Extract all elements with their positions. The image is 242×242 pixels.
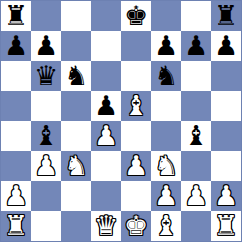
square-b4[interactable]: ♝: [31, 121, 61, 151]
white-rook-piece[interactable]: ♜: [214, 211, 238, 241]
square-e3[interactable]: ♟: [121, 151, 151, 181]
square-a7[interactable]: ♟: [1, 31, 31, 61]
square-h4[interactable]: [211, 121, 241, 151]
square-c6[interactable]: ♞: [61, 61, 91, 91]
square-g1[interactable]: [181, 211, 211, 241]
black-queen-piece[interactable]: ♛: [34, 61, 58, 91]
square-d5[interactable]: ♟: [91, 91, 121, 121]
white-rook-piece[interactable]: ♜: [4, 211, 28, 241]
square-e6[interactable]: [121, 61, 151, 91]
square-e5[interactable]: ♝: [121, 91, 151, 121]
white-king-piece[interactable]: ♚: [124, 211, 148, 241]
square-g7[interactable]: ♟: [181, 31, 211, 61]
square-c2[interactable]: [61, 181, 91, 211]
square-g2[interactable]: ♟: [181, 181, 211, 211]
square-d6[interactable]: [91, 61, 121, 91]
square-e7[interactable]: [121, 31, 151, 61]
square-b5[interactable]: [31, 91, 61, 121]
square-d8[interactable]: [91, 1, 121, 31]
black-knight-piece[interactable]: ♞: [154, 61, 178, 91]
square-h3[interactable]: [211, 151, 241, 181]
square-g8[interactable]: [181, 1, 211, 31]
square-d4[interactable]: ♟: [91, 121, 121, 151]
square-f7[interactable]: ♟: [151, 31, 181, 61]
chess-board: ♜♚♜♟♟♟♟♟♛♞♞♟♝♝♟♝♟♞♟♞♟♟♟♟♜♛♚♝♜: [0, 0, 242, 242]
square-e2[interactable]: [121, 181, 151, 211]
white-knight-piece[interactable]: ♞: [64, 151, 88, 181]
square-h8[interactable]: ♜: [211, 1, 241, 31]
square-c1[interactable]: [61, 211, 91, 241]
white-queen-piece[interactable]: ♛: [94, 211, 118, 241]
square-g5[interactable]: [181, 91, 211, 121]
square-h1[interactable]: ♜: [211, 211, 241, 241]
white-pawn-piece[interactable]: ♟: [214, 181, 238, 211]
black-pawn-piece[interactable]: ♟: [34, 31, 58, 61]
square-h5[interactable]: [211, 91, 241, 121]
black-rook-piece[interactable]: ♜: [214, 1, 238, 31]
square-c5[interactable]: [61, 91, 91, 121]
square-a8[interactable]: ♜: [1, 1, 31, 31]
square-b8[interactable]: [31, 1, 61, 31]
square-a3[interactable]: [1, 151, 31, 181]
square-f2[interactable]: ♟: [151, 181, 181, 211]
black-pawn-piece[interactable]: ♟: [94, 91, 118, 121]
black-rook-piece[interactable]: ♜: [4, 1, 28, 31]
square-c7[interactable]: [61, 31, 91, 61]
square-c8[interactable]: [61, 1, 91, 31]
square-b7[interactable]: ♟: [31, 31, 61, 61]
square-f5[interactable]: [151, 91, 181, 121]
square-e1[interactable]: ♚: [121, 211, 151, 241]
square-a5[interactable]: [1, 91, 31, 121]
square-f1[interactable]: ♝: [151, 211, 181, 241]
square-a6[interactable]: [1, 61, 31, 91]
square-g3[interactable]: [181, 151, 211, 181]
white-pawn-piece[interactable]: ♟: [4, 181, 28, 211]
square-b3[interactable]: ♟: [31, 151, 61, 181]
square-c4[interactable]: [61, 121, 91, 151]
square-f3[interactable]: ♞: [151, 151, 181, 181]
white-knight-piece[interactable]: ♞: [154, 151, 178, 181]
square-h6[interactable]: [211, 61, 241, 91]
black-king-piece[interactable]: ♚: [124, 1, 148, 31]
square-g4[interactable]: ♝: [181, 121, 211, 151]
square-b1[interactable]: [31, 211, 61, 241]
square-a1[interactable]: ♜: [1, 211, 31, 241]
square-c3[interactable]: ♞: [61, 151, 91, 181]
black-pawn-piece[interactable]: ♟: [154, 31, 178, 61]
square-e8[interactable]: ♚: [121, 1, 151, 31]
black-pawn-piece[interactable]: ♟: [214, 31, 238, 61]
square-e4[interactable]: [121, 121, 151, 151]
square-d1[interactable]: ♛: [91, 211, 121, 241]
square-d3[interactable]: [91, 151, 121, 181]
black-knight-piece[interactable]: ♞: [64, 61, 88, 91]
white-pawn-piece[interactable]: ♟: [124, 151, 148, 181]
square-h7[interactable]: ♟: [211, 31, 241, 61]
square-d7[interactable]: [91, 31, 121, 61]
square-a2[interactable]: ♟: [1, 181, 31, 211]
white-pawn-piece[interactable]: ♟: [154, 181, 178, 211]
black-bishop-piece[interactable]: ♝: [34, 121, 58, 151]
white-bishop-piece[interactable]: ♝: [154, 211, 178, 241]
black-pawn-piece[interactable]: ♟: [184, 31, 208, 61]
square-f6[interactable]: ♞: [151, 61, 181, 91]
white-pawn-piece[interactable]: ♟: [34, 151, 58, 181]
black-bishop-piece[interactable]: ♝: [184, 121, 208, 151]
square-d2[interactable]: [91, 181, 121, 211]
square-a4[interactable]: [1, 121, 31, 151]
black-pawn-piece[interactable]: ♟: [4, 31, 28, 61]
white-bishop-piece[interactable]: ♝: [124, 91, 148, 121]
square-b2[interactable]: [31, 181, 61, 211]
square-f8[interactable]: [151, 1, 181, 31]
white-pawn-piece[interactable]: ♟: [94, 121, 118, 151]
white-pawn-piece[interactable]: ♟: [184, 181, 208, 211]
square-h2[interactable]: ♟: [211, 181, 241, 211]
square-f4[interactable]: [151, 121, 181, 151]
square-g6[interactable]: [181, 61, 211, 91]
square-b6[interactable]: ♛: [31, 61, 61, 91]
